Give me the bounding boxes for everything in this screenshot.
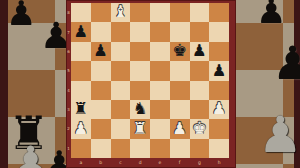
blurred-black-pawn-icon: ♟ — [44, 146, 66, 168]
board-squares: ♝♟♟♚♟♟♜♞♟♟♜♟♚ — [71, 3, 229, 158]
square-d6[interactable] — [130, 42, 150, 61]
square-g3[interactable] — [190, 100, 210, 119]
square-d7[interactable] — [130, 22, 150, 41]
square-h2[interactable] — [209, 119, 229, 138]
square-b5[interactable] — [91, 61, 111, 80]
square-e8[interactable] — [150, 3, 170, 22]
square-a3[interactable]: ♜ — [71, 100, 91, 119]
square-c7[interactable] — [111, 22, 131, 41]
square-a1[interactable] — [71, 139, 91, 158]
square-b6[interactable]: ♟ — [91, 42, 111, 61]
square-f4[interactable] — [170, 81, 190, 100]
square-c3[interactable] — [111, 100, 131, 119]
white-pawn-piece[interactable]: ♟ — [73, 120, 88, 137]
square-b1[interactable] — [91, 139, 111, 158]
file-label-g: g — [190, 157, 210, 167]
square-f3[interactable] — [170, 100, 190, 119]
square-b8[interactable] — [91, 3, 111, 22]
square-b7[interactable] — [91, 22, 111, 41]
square-h1[interactable] — [209, 139, 229, 158]
black-pawn-piece[interactable]: ♟ — [73, 23, 88, 40]
square-h6[interactable] — [209, 42, 229, 61]
square-c5[interactable] — [111, 61, 131, 80]
square-a7[interactable]: ♟ — [71, 22, 91, 41]
file-label-d: d — [130, 157, 150, 167]
background-board-right: ♟ ♟ ♟ — [236, 0, 300, 168]
black-pawn-piece[interactable]: ♟ — [192, 43, 207, 60]
square-a5[interactable] — [71, 61, 91, 80]
square-f6[interactable]: ♚ — [170, 42, 190, 61]
white-pawn-piece[interactable]: ♟ — [212, 101, 227, 118]
square-e2[interactable] — [150, 119, 170, 138]
black-knight-piece[interactable]: ♞ — [133, 101, 148, 118]
background-board-left: ♟ ♟ ♜ ♟ ♟ — [0, 0, 66, 168]
file-label-b: b — [91, 157, 111, 167]
black-pawn-piece[interactable]: ♟ — [212, 62, 227, 79]
chess-video-frame: ♟ ♟ ♜ ♟ ♟ ♟ ♟ ♟ 87654321 ♝♟♟♚♟♟♜♞♟♟♜♟♚ a… — [0, 0, 300, 168]
black-king-piece[interactable]: ♚ — [172, 43, 187, 60]
square-a2[interactable]: ♟ — [71, 119, 91, 138]
file-labels: abcdefgh — [71, 157, 229, 167]
square-g8[interactable] — [190, 3, 210, 22]
square-g7[interactable] — [190, 22, 210, 41]
square-d8[interactable] — [130, 3, 150, 22]
square-d3[interactable]: ♞ — [130, 100, 150, 119]
white-bishop-piece[interactable]: ♝ — [113, 4, 128, 21]
square-d5[interactable] — [130, 61, 150, 80]
square-b2[interactable] — [91, 119, 111, 138]
square-f2[interactable]: ♟ — [170, 119, 190, 138]
square-e7[interactable] — [150, 22, 170, 41]
square-c6[interactable] — [111, 42, 131, 61]
square-g4[interactable] — [190, 81, 210, 100]
square-f5[interactable] — [170, 61, 190, 80]
square-h8[interactable] — [209, 3, 229, 22]
square-a6[interactable] — [71, 42, 91, 61]
square-a4[interactable] — [71, 81, 91, 100]
square-c1[interactable] — [111, 139, 131, 158]
square-c4[interactable] — [111, 81, 131, 100]
square-h4[interactable] — [209, 81, 229, 100]
blurred-black-pawn-icon: ♟ — [256, 0, 286, 28]
white-pawn-piece[interactable]: ♟ — [172, 120, 187, 137]
square-f8[interactable] — [170, 3, 190, 22]
square-c2[interactable] — [111, 119, 131, 138]
square-d2[interactable]: ♜ — [130, 119, 150, 138]
blurred-black-pawn-icon: ♟ — [40, 18, 66, 54]
blurred-black-pawn-icon: ♟ — [6, 0, 36, 30]
file-label-a: a — [71, 157, 91, 167]
square-d1[interactable] — [130, 139, 150, 158]
chess-board: 87654321 ♝♟♟♚♟♟♜♞♟♟♜♟♚ abcdefgh — [66, 0, 236, 168]
square-h7[interactable] — [209, 22, 229, 41]
black-rook-piece[interactable]: ♜ — [73, 101, 88, 118]
file-label-c: c — [111, 157, 131, 167]
square-e5[interactable] — [150, 61, 170, 80]
square-g6[interactable]: ♟ — [190, 42, 210, 61]
square-a8[interactable] — [71, 3, 91, 22]
black-pawn-piece[interactable]: ♟ — [93, 43, 108, 60]
square-b3[interactable] — [91, 100, 111, 119]
white-king-piece[interactable]: ♚ — [192, 120, 207, 137]
square-h5[interactable]: ♟ — [209, 61, 229, 80]
square-f1[interactable] — [170, 139, 190, 158]
file-label-h: h — [209, 157, 229, 167]
square-d4[interactable] — [130, 81, 150, 100]
file-label-e: e — [150, 157, 170, 167]
blurred-white-pawn-icon: ♟ — [258, 110, 300, 160]
square-e3[interactable] — [150, 100, 170, 119]
square-e4[interactable] — [150, 81, 170, 100]
square-g2[interactable]: ♚ — [190, 119, 210, 138]
white-rook-piece[interactable]: ♜ — [133, 120, 148, 137]
square-f7[interactable] — [170, 22, 190, 41]
blurred-black-pawn-icon: ♟ — [272, 40, 300, 86]
square-g1[interactable] — [190, 139, 210, 158]
file-label-f: f — [170, 157, 190, 167]
square-h3[interactable]: ♟ — [209, 100, 229, 119]
square-c8[interactable]: ♝ — [111, 3, 131, 22]
square-e6[interactable] — [150, 42, 170, 61]
square-e1[interactable] — [150, 139, 170, 158]
square-b4[interactable] — [91, 81, 111, 100]
square-g5[interactable] — [190, 61, 210, 80]
